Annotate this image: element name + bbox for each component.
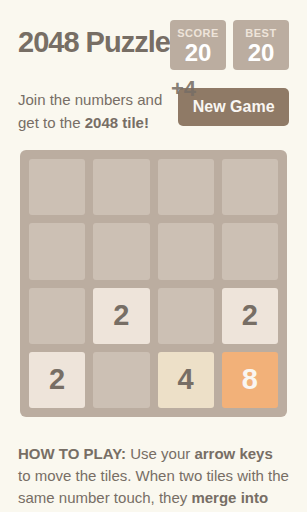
header: 2048 Puzzle SCORE 20 BEST 20 [18,20,289,70]
empty-cell [29,288,85,344]
score-value: 20 [170,40,226,66]
intro-row: Join the numbers and get to the 2048 til… [18,88,289,134]
best-box: BEST 20 [233,20,289,70]
empty-cell [222,159,278,215]
board-grid[interactable]: 22248 [20,150,287,417]
empty-cell [93,352,149,408]
game-subtitle: Join the numbers and get to the 2048 til… [18,88,178,134]
tile-2: 2 [93,288,149,344]
empty-cell [93,223,149,279]
score-delta-animation: +4 [171,76,196,102]
how-to-play-text: HOW TO PLAY: Use your arrow keys to move… [18,443,289,512]
score-box: SCORE 20 [170,20,226,70]
empty-cell [158,159,214,215]
empty-cell [29,159,85,215]
best-label: BEST [233,28,289,39]
empty-cell [222,223,278,279]
empty-cell [93,159,149,215]
app-title: 2048 Puzzle [18,28,170,57]
empty-cell [158,223,214,279]
empty-cell [29,223,85,279]
tile-4: 4 [158,352,214,408]
scoreboard: SCORE 20 BEST 20 [170,20,289,70]
tile-2: 2 [29,352,85,408]
tile-8: 8 [222,352,278,408]
page: 2048 Puzzle SCORE 20 BEST 20 +4 Join the… [0,0,307,512]
score-label: SCORE [170,28,226,39]
empty-cell [158,288,214,344]
best-value: 20 [233,40,289,66]
tile-2: 2 [222,288,278,344]
